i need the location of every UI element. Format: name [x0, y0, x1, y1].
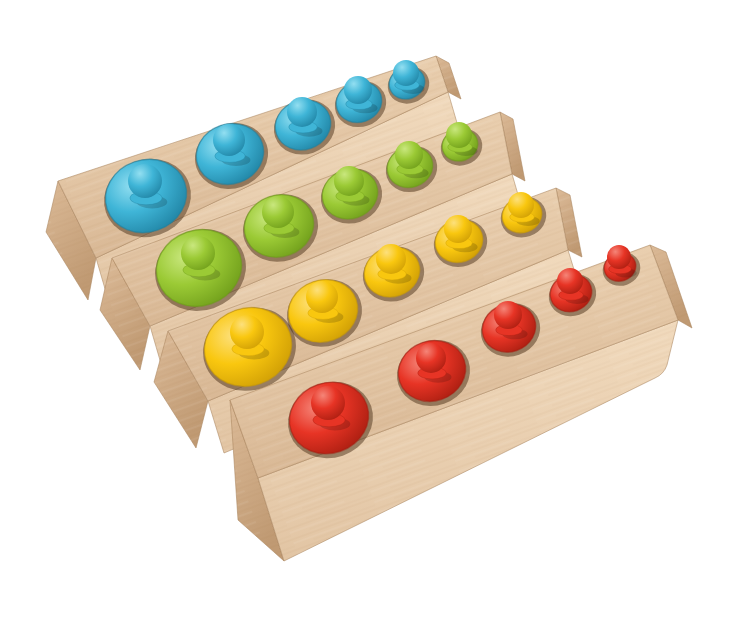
- blue-knob: [128, 164, 162, 198]
- yellow-knob: [508, 192, 534, 218]
- green-knob: [181, 236, 215, 270]
- red-knob: [607, 245, 631, 269]
- red-knob: [494, 301, 522, 329]
- yellow-knob: [376, 244, 406, 274]
- green-knob: [334, 166, 364, 196]
- red-knob: [557, 268, 583, 294]
- product-photo-canvas: [0, 0, 747, 620]
- yellow-knob: [306, 281, 338, 313]
- red-knob: [416, 343, 446, 373]
- blue-knob: [287, 97, 317, 127]
- blue-knob: [344, 76, 372, 104]
- blue-knob: [213, 124, 245, 156]
- green-knob: [262, 196, 294, 228]
- montessori-knobbed-cylinder-blocks-photo: [0, 0, 747, 620]
- yellow-knob: [230, 315, 264, 349]
- blue-knob: [393, 60, 419, 86]
- red-knob: [311, 386, 345, 420]
- yellow-knob: [444, 215, 472, 243]
- green-knob: [395, 141, 423, 169]
- green-knob: [446, 122, 472, 148]
